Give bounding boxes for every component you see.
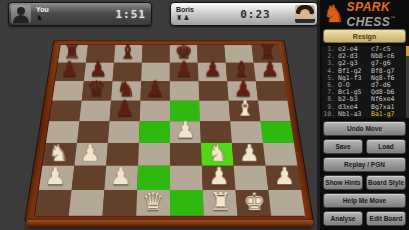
- sparkchess-logo: ♞ SPARK CHESS™: [320, 0, 409, 28]
- square-e7[interactable]: ♟: [170, 63, 199, 82]
- help-me-move-button[interactable]: Help Me Move: [323, 193, 406, 208]
- square-d5[interactable]: [140, 101, 170, 122]
- square-c5[interactable]: ♟: [110, 101, 141, 122]
- square-d8[interactable]: [142, 45, 170, 63]
- square-e6[interactable]: [170, 81, 199, 101]
- move-row[interactable]: 8.b2-b3Nf6xe4: [322, 96, 409, 103]
- square-a5[interactable]: [49, 101, 81, 122]
- square-h4[interactable]: [260, 121, 293, 143]
- square-b6[interactable]: ♛: [82, 81, 113, 101]
- board-frame: ♜♝♚♜♟♟♟♟♝♟♛♞♟♟♟♝♟♞♟♞♟♟♟♟♟♛♜♚: [24, 40, 314, 222]
- captured-pawn-icon: ♟: [183, 14, 190, 21]
- square-h1[interactable]: [268, 190, 305, 216]
- captured-knight-icon: ♞: [36, 14, 43, 21]
- move-row[interactable]: 9.d3xe4Bg7xa1: [322, 104, 409, 111]
- move-row[interactable]: 2.d2-d3Nb8-c6: [322, 53, 409, 60]
- square-e4[interactable]: ♟: [170, 121, 201, 143]
- square-f7[interactable]: ♟: [198, 63, 227, 82]
- player-bar-white: You ♞ 1:51: [8, 2, 152, 26]
- black-captured-pieces: ♜♟: [176, 14, 216, 22]
- square-d4[interactable]: [139, 121, 170, 143]
- square-e2[interactable]: [170, 166, 203, 190]
- piece-black-pawn[interactable]: ♟: [110, 98, 140, 121]
- move-row[interactable]: 10.Nb1-a3Ba1-g7: [322, 111, 409, 118]
- square-c8[interactable]: ♝: [114, 45, 143, 63]
- piece-white-queen[interactable]: ♛: [136, 189, 170, 215]
- square-b3[interactable]: ♟: [74, 143, 108, 166]
- square-d6[interactable]: ♟: [140, 81, 169, 101]
- move-row[interactable]: 5.Ng1-f3Ng8-f6: [322, 75, 409, 82]
- white-captured-pieces: ♞: [36, 14, 76, 22]
- piece-white-pawn[interactable]: ♟: [268, 164, 301, 189]
- move-number: 10.: [322, 111, 335, 118]
- move-row[interactable]: 6.O-Od7-d6: [322, 82, 409, 89]
- piece-black-pawn[interactable]: ♟: [256, 59, 285, 81]
- load-button[interactable]: Load: [366, 139, 406, 154]
- replay-pgn-button[interactable]: Replay / PGN: [323, 157, 406, 172]
- piece-white-pawn[interactable]: ♟: [203, 164, 236, 189]
- piece-black-pawn[interactable]: ♟: [170, 59, 199, 81]
- square-g5[interactable]: ♝: [229, 101, 261, 122]
- piece-white-pawn[interactable]: ♟: [104, 164, 137, 189]
- square-c1[interactable]: [102, 190, 137, 216]
- square-b5[interactable]: [79, 101, 111, 122]
- move-row[interactable]: 3.g2-g3g7-g6: [322, 60, 409, 67]
- black-avatar: [295, 5, 315, 23]
- white-clock: 1:51: [111, 8, 152, 21]
- square-g1[interactable]: ♚: [236, 190, 272, 216]
- square-a6[interactable]: [52, 81, 84, 101]
- piece-white-king[interactable]: ♚: [237, 189, 271, 215]
- move-list[interactable]: 1.e2-e4c7-c52.d2-d3Nb8-c63.g2-g3g7-g64.B…: [322, 46, 409, 118]
- save-button[interactable]: Save: [323, 139, 363, 154]
- piece-white-bishop[interactable]: ♝: [230, 98, 260, 121]
- sidebar: ♞ SPARK CHESS™ Resign 1.e2-e4c7-c52.d2-d…: [317, 0, 409, 230]
- logo-chess-text: CHESS: [347, 15, 391, 29]
- square-h5[interactable]: [258, 101, 291, 122]
- player-bar-black: Boris ♜♟ 0:23: [170, 2, 318, 26]
- square-d3[interactable]: [138, 143, 170, 166]
- white-player-name: You: [36, 6, 76, 14]
- square-h2[interactable]: ♟: [266, 166, 302, 190]
- piece-white-pawn[interactable]: ♟: [39, 164, 72, 189]
- piece-white-rook[interactable]: ♜: [204, 189, 238, 215]
- piece-black-bishop[interactable]: ♝: [114, 41, 142, 62]
- action-buttons: Undo MoveSaveLoadReplay / PGNShow HintsB…: [320, 118, 409, 226]
- square-h6[interactable]: [256, 81, 288, 101]
- square-f1[interactable]: ♜: [203, 190, 238, 216]
- piece-white-pawn[interactable]: ♟: [170, 119, 201, 143]
- board-style-button[interactable]: Board Style: [366, 175, 406, 190]
- square-e1[interactable]: [170, 190, 204, 216]
- square-c4[interactable]: [108, 121, 140, 143]
- square-b2[interactable]: [72, 166, 107, 190]
- analyse-button[interactable]: Analyse: [323, 211, 363, 226]
- move-row[interactable]: 7.Bc1-g5Qd8-b6: [322, 89, 409, 96]
- square-a2[interactable]: ♟: [39, 166, 75, 190]
- piece-white-pawn[interactable]: ♟: [234, 141, 266, 165]
- piece-white-pawn[interactable]: ♟: [74, 141, 106, 165]
- board-grid: ♜♝♚♜♟♟♟♟♝♟♛♞♟♟♟♝♟♞♟♞♟♟♟♟♟♛♜♚: [34, 44, 304, 216]
- square-h7[interactable]: ♟: [254, 63, 285, 82]
- square-g3[interactable]: ♟: [232, 143, 266, 166]
- black-move[interactable]: Ba1-g7: [371, 111, 394, 118]
- square-c2[interactable]: ♟: [104, 166, 138, 190]
- resign-button[interactable]: Resign: [323, 29, 406, 43]
- square-d1[interactable]: ♛: [136, 190, 170, 216]
- white-avatar: [11, 5, 31, 23]
- move-row[interactable]: 4.Bf1-g2Bf8-g7: [322, 68, 409, 75]
- avatar-silhouette-icon: [17, 7, 25, 15]
- sparkchess-app: ♜♝♚♜♟♟♟♟♝♟♛♞♟♟♟♝♟♞♟♞♟♟♟♟♟♛♜♚ You ♞ 1:51 …: [0, 0, 409, 230]
- square-f5[interactable]: [199, 101, 230, 122]
- piece-black-queen[interactable]: ♛: [82, 78, 111, 100]
- undo-move-button[interactable]: Undo Move: [323, 121, 406, 136]
- board-rim: [27, 220, 313, 227]
- black-player-name: Boris: [176, 6, 216, 14]
- square-a1[interactable]: [35, 190, 72, 216]
- square-e3[interactable]: [170, 143, 202, 166]
- move-row[interactable]: 1.e2-e4c7-c5: [322, 46, 409, 53]
- square-f6[interactable]: [198, 81, 228, 101]
- black-clock: 0:23: [235, 8, 276, 21]
- piece-black-pawn[interactable]: ♟: [198, 59, 227, 81]
- piece-black-pawn[interactable]: ♟: [55, 59, 84, 81]
- show-hints-button[interactable]: Show Hints: [323, 175, 363, 190]
- white-move[interactable]: Nb1-a3: [338, 111, 371, 118]
- logo-spark-text: SPARK: [347, 0, 391, 14]
- edit-board-button[interactable]: Edit Board: [366, 211, 406, 226]
- square-b1[interactable]: [69, 190, 105, 216]
- horse-logo-icon: ♞: [323, 2, 345, 26]
- piece-black-pawn[interactable]: ♟: [140, 78, 169, 100]
